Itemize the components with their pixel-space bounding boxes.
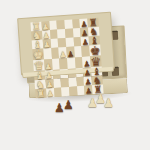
square-a7[interactable]: ♟ <box>84 85 92 95</box>
black-pawn[interactable]: ♟ <box>81 38 89 46</box>
light-wood-pawn: ♟ <box>103 97 114 109</box>
square-h2[interactable]: ♟ <box>41 21 49 31</box>
square-h7[interactable]: ♟ <box>80 18 88 28</box>
square-g2[interactable]: ♟ <box>42 30 50 40</box>
square-b2[interactable]: ♟ <box>45 79 53 89</box>
board-lid: ♜♟♟♜♞♟♟♞♝♟♟♝♚♟♟♚♛♟♟♛♝♟♟♝♞♟♟♞♜♟♟♜ <box>17 12 115 75</box>
square-c2[interactable]: ♟ <box>45 70 53 80</box>
square-b7[interactable]: ♟ <box>84 76 92 86</box>
white-pawn[interactable]: ♟ <box>43 41 51 49</box>
black-pawn[interactable]: ♟ <box>85 87 93 95</box>
white-rook[interactable]: ♜ <box>36 89 46 100</box>
chess-set-photo: ♜♟♟♜♞♟♟♞♝♟♟♝♚♟♟♚♛♟♟♛♝♟♟♝♞♟♟♞♜♟♟♜ ♟♟♟♟♟ <box>0 0 150 150</box>
square-a2[interactable]: ♟ <box>46 88 54 98</box>
black-pawn[interactable]: ♟ <box>67 50 75 58</box>
dark-wood-pawn: ♟ <box>63 99 74 111</box>
square-f2[interactable]: ♟ <box>42 39 50 49</box>
chess-board: ♜♟♟♜♞♟♟♞♝♟♟♝♚♟♟♚♛♟♟♛♝♟♟♝♞♟♟♞♜♟♟♜ <box>30 18 101 67</box>
square-c7[interactable]: ♟ <box>83 67 91 77</box>
white-pawn[interactable]: ♟ <box>46 90 54 98</box>
square-a1[interactable]: ♜ <box>35 89 46 99</box>
square-g7[interactable]: ♟ <box>80 27 88 37</box>
